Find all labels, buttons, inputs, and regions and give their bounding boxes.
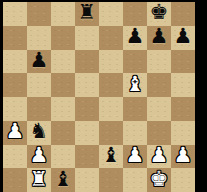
black-knight[interactable]: ♞ (30, 121, 49, 142)
chess-board: ♜♚♟♟♟♟♝♟♞♟♝♟♟♟♜♝♚ (3, 2, 195, 192)
black-pawn[interactable]: ♟ (30, 50, 49, 71)
square-b7[interactable] (27, 26, 51, 50)
black-bishop[interactable]: ♝ (102, 145, 121, 166)
square-d2[interactable] (75, 145, 99, 169)
square-g4[interactable] (147, 97, 171, 121)
white-pawn[interactable]: ♟ (30, 145, 49, 166)
square-a4[interactable] (3, 97, 27, 121)
square-h8[interactable] (171, 2, 195, 26)
square-g8[interactable]: ♚ (147, 2, 171, 26)
black-pawn[interactable]: ♟ (174, 26, 193, 47)
square-b6[interactable]: ♟ (27, 50, 51, 74)
square-e5[interactable] (99, 73, 123, 97)
square-c3[interactable] (51, 121, 75, 145)
square-a6[interactable] (3, 50, 27, 74)
square-a3[interactable]: ♟ (3, 121, 27, 145)
square-b3[interactable]: ♞ (27, 121, 51, 145)
square-h6[interactable] (171, 50, 195, 74)
square-g1[interactable]: ♚ (147, 168, 171, 192)
square-c1[interactable]: ♝ (51, 168, 75, 192)
black-rook[interactable]: ♜ (78, 2, 97, 23)
square-f4[interactable] (123, 97, 147, 121)
square-f2[interactable]: ♟ (123, 145, 147, 169)
square-a5[interactable] (3, 73, 27, 97)
white-bishop[interactable]: ♝ (126, 74, 145, 95)
square-d3[interactable] (75, 121, 99, 145)
square-d8[interactable]: ♜ (75, 2, 99, 26)
black-bishop[interactable]: ♝ (54, 169, 73, 190)
square-h7[interactable]: ♟ (171, 26, 195, 50)
square-c6[interactable] (51, 50, 75, 74)
square-e7[interactable] (99, 26, 123, 50)
square-g5[interactable] (147, 73, 171, 97)
square-h3[interactable] (171, 121, 195, 145)
square-f8[interactable] (123, 2, 147, 26)
black-pawn[interactable]: ♟ (126, 26, 145, 47)
square-h4[interactable] (171, 97, 195, 121)
square-d5[interactable] (75, 73, 99, 97)
white-rook[interactable]: ♜ (30, 169, 49, 190)
square-e6[interactable] (99, 50, 123, 74)
square-a2[interactable] (3, 145, 27, 169)
white-king[interactable]: ♚ (150, 169, 169, 190)
square-b2[interactable]: ♟ (27, 145, 51, 169)
square-b4[interactable] (27, 97, 51, 121)
square-b1[interactable]: ♜ (27, 168, 51, 192)
square-h5[interactable] (171, 73, 195, 97)
square-e2[interactable]: ♝ (99, 145, 123, 169)
square-e1[interactable] (99, 168, 123, 192)
board-frame: ♜♚♟♟♟♟♝♟♞♟♝♟♟♟♜♝♚ (0, 0, 207, 192)
white-pawn[interactable]: ♟ (174, 145, 193, 166)
square-f5[interactable]: ♝ (123, 73, 147, 97)
square-f7[interactable]: ♟ (123, 26, 147, 50)
square-e3[interactable] (99, 121, 123, 145)
square-g6[interactable] (147, 50, 171, 74)
square-d7[interactable] (75, 26, 99, 50)
square-d6[interactable] (75, 50, 99, 74)
square-g7[interactable]: ♟ (147, 26, 171, 50)
black-pawn[interactable]: ♟ (150, 26, 169, 47)
square-g2[interactable]: ♟ (147, 145, 171, 169)
square-c5[interactable] (51, 73, 75, 97)
square-d4[interactable] (75, 97, 99, 121)
square-c4[interactable] (51, 97, 75, 121)
white-pawn[interactable]: ♟ (150, 145, 169, 166)
square-a7[interactable] (3, 26, 27, 50)
square-b5[interactable] (27, 73, 51, 97)
square-f3[interactable] (123, 121, 147, 145)
square-a8[interactable] (3, 2, 27, 26)
square-a1[interactable] (3, 168, 27, 192)
square-e8[interactable] (99, 2, 123, 26)
white-pawn[interactable]: ♟ (126, 145, 145, 166)
black-king[interactable]: ♚ (150, 2, 169, 23)
square-d1[interactable] (75, 168, 99, 192)
square-c2[interactable] (51, 145, 75, 169)
square-h2[interactable]: ♟ (171, 145, 195, 169)
square-f6[interactable] (123, 50, 147, 74)
square-h1[interactable] (171, 168, 195, 192)
square-c7[interactable] (51, 26, 75, 50)
square-c8[interactable] (51, 2, 75, 26)
square-g3[interactable] (147, 121, 171, 145)
square-b8[interactable] (27, 2, 51, 26)
square-f1[interactable] (123, 168, 147, 192)
square-e4[interactable] (99, 97, 123, 121)
white-pawn[interactable]: ♟ (6, 121, 25, 142)
